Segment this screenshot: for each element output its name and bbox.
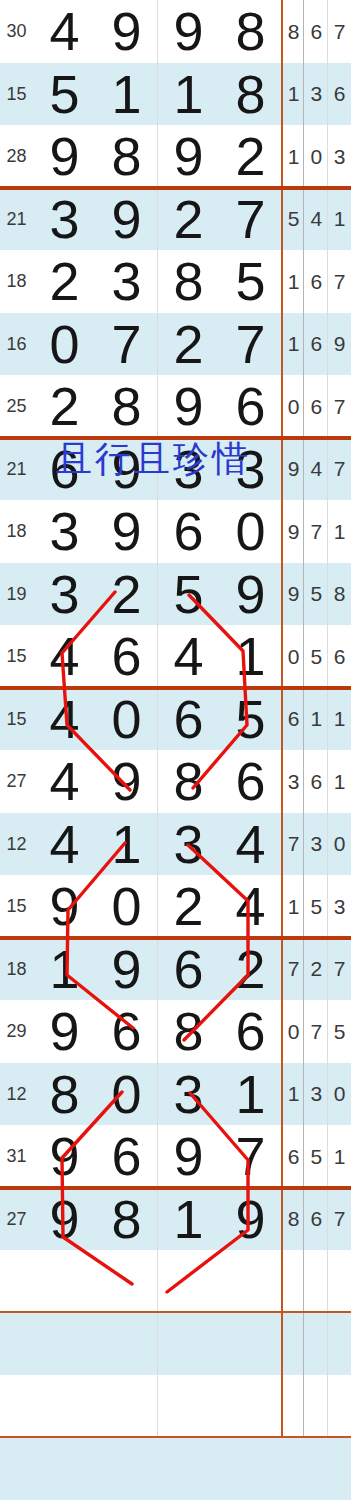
tail-cell: 9 xyxy=(283,500,305,563)
tail-cell: 1 xyxy=(283,250,305,313)
tail-cell: 5 xyxy=(328,1000,351,1063)
digit-cell: 9 xyxy=(95,938,157,1001)
digit-cell: 9 xyxy=(157,0,219,63)
tail-cell: 5 xyxy=(305,875,329,938)
digit-cell: 4 xyxy=(33,750,95,813)
digit-cell: 2 xyxy=(219,125,281,188)
sum-cell: 18 xyxy=(0,938,33,1001)
row-14: 124134730 xyxy=(0,813,351,876)
tail-cell: 6 xyxy=(305,750,329,813)
digit-cell: 9 xyxy=(33,1188,95,1251)
sum-cell: 31 xyxy=(0,1125,33,1188)
digit-cell: 9 xyxy=(95,750,157,813)
digit-cell: 8 xyxy=(157,250,219,313)
digit-cell: 6 xyxy=(157,938,219,1001)
digit-cell: 6 xyxy=(219,375,281,438)
digit-cell: 1 xyxy=(157,63,219,126)
row-1: 304998867 xyxy=(0,0,351,63)
row-16: 181962727 xyxy=(0,938,351,1001)
digit-cell: 2 xyxy=(33,375,95,438)
tail-cell: 5 xyxy=(305,563,329,626)
tail-cell: 9 xyxy=(283,438,305,501)
digit-cell: 0 xyxy=(95,875,157,938)
tail-cell: 8 xyxy=(283,1188,305,1251)
row-21 xyxy=(0,1250,351,1313)
digit-cell: 1 xyxy=(219,625,281,688)
sum-cell: 21 xyxy=(0,188,33,251)
tail-cell: 3 xyxy=(305,813,329,876)
row-24 xyxy=(0,1438,351,1500)
tail-cell: 2 xyxy=(305,938,329,1001)
tail-cell: 3 xyxy=(305,63,329,126)
sum-cell: 28 xyxy=(0,125,33,188)
digit-cell: 7 xyxy=(219,313,281,376)
sum-cell: 18 xyxy=(0,500,33,563)
row-9: 183960971 xyxy=(0,500,351,563)
tail-cell: 1 xyxy=(328,688,351,751)
row-4: 213927541 xyxy=(0,188,351,251)
tail-cell: 6 xyxy=(283,688,305,751)
digit-cell: 1 xyxy=(157,1188,219,1251)
digit-cell: 7 xyxy=(219,188,281,251)
tail-cell: 5 xyxy=(305,625,329,688)
row-20: 279819867 xyxy=(0,1188,351,1251)
tail-cell: 6 xyxy=(328,625,351,688)
sum-cell: 15 xyxy=(0,625,33,688)
digit-cell: 7 xyxy=(95,313,157,376)
digit-cell: 4 xyxy=(157,625,219,688)
tail-cell: 7 xyxy=(328,250,351,313)
digit-cell: 7 xyxy=(219,1125,281,1188)
row-11: 154641056 xyxy=(0,625,351,688)
digit-cell: 4 xyxy=(33,625,95,688)
digit-cell: 5 xyxy=(157,563,219,626)
digit-cell: 5 xyxy=(33,63,95,126)
row-22 xyxy=(0,1313,351,1376)
row-2: 155118136 xyxy=(0,63,351,126)
row-15: 159024153 xyxy=(0,875,351,938)
thick-separator xyxy=(0,186,351,190)
digit-cell: 3 xyxy=(33,500,95,563)
thick-separator xyxy=(0,936,351,940)
tail-cell: 6 xyxy=(305,313,329,376)
row-10: 193259958 xyxy=(0,563,351,626)
digit-cell: 1 xyxy=(95,813,157,876)
tail-cell: 3 xyxy=(328,125,351,188)
tail-cell: 9 xyxy=(328,313,351,376)
digit-cell: 2 xyxy=(33,250,95,313)
digit-cell: 8 xyxy=(95,1188,157,1251)
tail-cell: 3 xyxy=(305,1063,329,1126)
digit-cell: 3 xyxy=(95,250,157,313)
digit-cell: 4 xyxy=(33,0,95,63)
sum-cell: 18 xyxy=(0,250,33,313)
digit-cell: 2 xyxy=(95,563,157,626)
digit-cell: 8 xyxy=(219,0,281,63)
thick-separator xyxy=(0,686,351,690)
tail-cell: 0 xyxy=(283,625,305,688)
tail-cell: 3 xyxy=(328,875,351,938)
digit-cell: 9 xyxy=(33,1125,95,1188)
digit-cell: 6 xyxy=(219,750,281,813)
digit-cell: 9 xyxy=(157,1125,219,1188)
tail-cell: 1 xyxy=(328,500,351,563)
row-18: 128031130 xyxy=(0,1063,351,1126)
tail-cell: 7 xyxy=(283,813,305,876)
tail-cell: 3 xyxy=(283,750,305,813)
tail-cell: 7 xyxy=(305,500,329,563)
digit-cell: 5 xyxy=(219,688,281,751)
tail-cell: 1 xyxy=(283,875,305,938)
digit-cell: 2 xyxy=(157,313,219,376)
tail-cell: 1 xyxy=(305,688,329,751)
digit-cell: 8 xyxy=(157,750,219,813)
digit-cell: 6 xyxy=(219,1000,281,1063)
tail-cell: 7 xyxy=(328,1188,351,1251)
tail-cell: 0 xyxy=(283,375,305,438)
digit-cell: 2 xyxy=(219,938,281,1001)
digit-cell: 2 xyxy=(157,875,219,938)
digit-cell: 6 xyxy=(157,688,219,751)
row-17: 299686075 xyxy=(0,1000,351,1063)
row-13: 274986361 xyxy=(0,750,351,813)
row-23 xyxy=(0,1375,351,1438)
digit-cell: 4 xyxy=(33,813,95,876)
digit-cell: 9 xyxy=(95,0,157,63)
digit-cell: 6 xyxy=(157,500,219,563)
tail-cell: 7 xyxy=(305,1000,329,1063)
sum-cell: 29 xyxy=(0,1000,33,1063)
tail-cell: 7 xyxy=(328,938,351,1001)
tail-cell: 1 xyxy=(328,1125,351,1188)
tail-cell: 0 xyxy=(283,1000,305,1063)
sum-cell: 12 xyxy=(0,1063,33,1126)
digit-cell: 8 xyxy=(95,125,157,188)
digit-cell: 3 xyxy=(157,813,219,876)
grid-vline-tail-2 xyxy=(327,0,328,1438)
tail-cell: 6 xyxy=(328,63,351,126)
tail-cell: 1 xyxy=(283,1063,305,1126)
digit-cell: 3 xyxy=(33,188,95,251)
grid-vline-tail-1 xyxy=(303,0,304,1438)
digit-cell: 1 xyxy=(95,63,157,126)
thin-separator xyxy=(0,1436,351,1438)
digit-cell: 8 xyxy=(33,1063,95,1126)
tail-cell: 0 xyxy=(328,1063,351,1126)
tail-cell: 0 xyxy=(328,813,351,876)
digit-cell: 9 xyxy=(157,125,219,188)
tail-cell: 5 xyxy=(305,1125,329,1188)
digit-cell: 2 xyxy=(157,188,219,251)
tail-cell: 1 xyxy=(283,63,305,126)
tail-cell: 5 xyxy=(283,188,305,251)
grid-vline-accent xyxy=(281,0,283,1438)
digit-cell: 9 xyxy=(219,1188,281,1251)
digit-cell: 9 xyxy=(33,875,95,938)
digit-cell: 6 xyxy=(95,1000,157,1063)
row-5: 182385167 xyxy=(0,250,351,313)
tail-cell: 6 xyxy=(305,1188,329,1251)
digit-cell: 9 xyxy=(95,188,157,251)
sum-cell: 25 xyxy=(0,375,33,438)
digit-cell: 9 xyxy=(33,1000,95,1063)
digit-cell: 8 xyxy=(219,63,281,126)
digit-cell: 4 xyxy=(219,875,281,938)
digit-cell: 8 xyxy=(95,375,157,438)
sum-cell: 27 xyxy=(0,750,33,813)
sum-cell: 16 xyxy=(0,313,33,376)
digit-cell: 0 xyxy=(219,500,281,563)
lottery-trend-chart: 3049988671551181362898921032139275411823… xyxy=(0,0,351,1500)
digit-cell: 3 xyxy=(157,1063,219,1126)
sum-cell: 27 xyxy=(0,1188,33,1251)
row-7: 252896067 xyxy=(0,375,351,438)
tail-cell: 1 xyxy=(283,125,305,188)
row-12: 154065611 xyxy=(0,688,351,751)
digit-cell: 1 xyxy=(33,938,95,1001)
tail-cell: 0 xyxy=(305,125,329,188)
digit-cell: 0 xyxy=(33,313,95,376)
grid-vline-between-digit-columns xyxy=(157,0,158,1438)
digit-cell: 9 xyxy=(33,125,95,188)
digit-cell: 5 xyxy=(219,250,281,313)
sum-cell: 30 xyxy=(0,0,33,63)
tail-cell: 7 xyxy=(283,938,305,1001)
tail-cell: 9 xyxy=(283,563,305,626)
sum-cell: 15 xyxy=(0,63,33,126)
sum-cell: 19 xyxy=(0,563,33,626)
tail-cell: 1 xyxy=(283,313,305,376)
row-3: 289892103 xyxy=(0,125,351,188)
tail-cell: 6 xyxy=(305,375,329,438)
tail-cell: 7 xyxy=(328,0,351,63)
sum-cell: 12 xyxy=(0,813,33,876)
tail-cell: 1 xyxy=(328,188,351,251)
digit-cell: 0 xyxy=(95,1063,157,1126)
tail-cell: 6 xyxy=(305,250,329,313)
row-6: 160727169 xyxy=(0,313,351,376)
tail-cell: 6 xyxy=(305,0,329,63)
tail-cell: 1 xyxy=(328,750,351,813)
digit-cell: 1 xyxy=(219,1063,281,1126)
tail-cell: 7 xyxy=(328,375,351,438)
watermark-text: 且行且珍惜 xyxy=(56,435,251,484)
tail-cell: 4 xyxy=(305,438,329,501)
thin-separator xyxy=(0,1311,351,1313)
digit-cell: 3 xyxy=(33,563,95,626)
tail-cell: 6 xyxy=(283,1125,305,1188)
digit-cell: 0 xyxy=(95,688,157,751)
digit-cell: 9 xyxy=(219,563,281,626)
tail-cell: 8 xyxy=(328,563,351,626)
tail-cell: 8 xyxy=(283,0,305,63)
digit-cell: 9 xyxy=(95,500,157,563)
digit-cell: 6 xyxy=(95,625,157,688)
digit-cell: 8 xyxy=(157,1000,219,1063)
sum-cell: 21 xyxy=(0,438,33,501)
digit-cell: 9 xyxy=(157,375,219,438)
thick-separator xyxy=(0,1186,351,1190)
digit-cell: 4 xyxy=(33,688,95,751)
sum-cell: 15 xyxy=(0,688,33,751)
tail-cell: 7 xyxy=(328,438,351,501)
sum-cell: 15 xyxy=(0,875,33,938)
digit-cell: 6 xyxy=(95,1125,157,1188)
tail-cell: 4 xyxy=(305,188,329,251)
row-19: 319697651 xyxy=(0,1125,351,1188)
digit-cell: 4 xyxy=(219,813,281,876)
